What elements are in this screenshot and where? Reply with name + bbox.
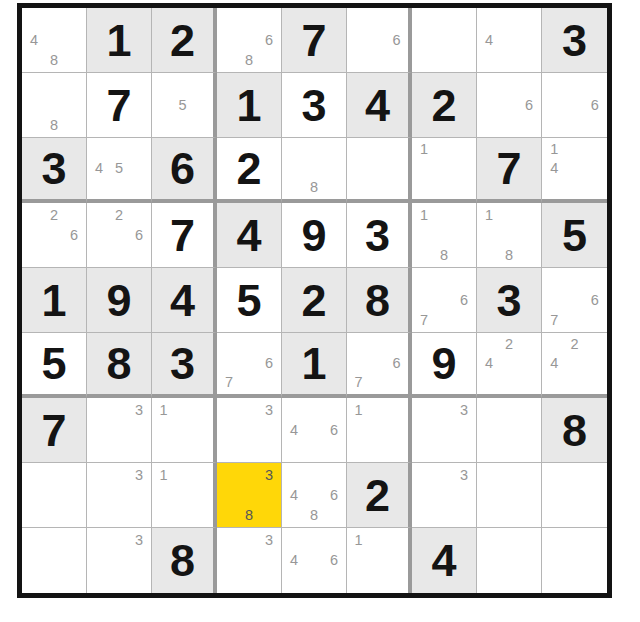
- cell-r3c6[interactable]: [347, 138, 412, 203]
- sudoku-grid: 4812687643875134266345628171426267493181…: [22, 8, 607, 593]
- candidate-grid: 18: [479, 205, 539, 265]
- candidate-digit: 3: [129, 530, 149, 550]
- candidate-grid: 67: [349, 335, 406, 392]
- candidate-digit: 6: [64, 225, 84, 245]
- cell-r7c4[interactable]: 3: [217, 398, 282, 463]
- candidate-grid: 67: [219, 335, 279, 392]
- candidate-digit: 7: [414, 310, 434, 330]
- solved-digit: 3: [365, 213, 390, 258]
- candidate-grid: 3: [219, 530, 279, 591]
- cell-r4c4[interactable]: 4: [217, 203, 282, 268]
- cell-r1c7[interactable]: [412, 8, 477, 73]
- candidate-digit: 6: [259, 30, 279, 50]
- candidate-digit: 1: [479, 205, 499, 225]
- candidate-grid: 26: [24, 205, 84, 265]
- cell-r1c6[interactable]: 6: [347, 8, 412, 73]
- candidate-digit: 6: [387, 30, 406, 50]
- given-digit: 7: [301, 18, 326, 63]
- cell-r8c3[interactable]: 1: [152, 463, 217, 528]
- candidate-digit: 2: [44, 205, 64, 225]
- candidate-digit: 8: [239, 505, 259, 525]
- candidate-grid: 6: [479, 75, 539, 135]
- cell-r4c9[interactable]: 5: [542, 203, 607, 268]
- given-digit: 1: [301, 341, 326, 386]
- cell-r6c1[interactable]: 5: [22, 333, 87, 398]
- candidate-grid: 8: [284, 140, 344, 197]
- candidate-digit: 2: [499, 335, 519, 354]
- cell-r2c3[interactable]: 5: [152, 73, 217, 138]
- given-digit: 2: [431, 83, 456, 128]
- cell-r3c8[interactable]: 7: [477, 138, 542, 203]
- candidate-grid: 68: [219, 10, 279, 70]
- given-digit: 7: [41, 408, 66, 453]
- candidate-digit: 4: [479, 354, 499, 373]
- given-digit: 8: [106, 341, 131, 386]
- candidate-grid: 38: [219, 465, 279, 525]
- candidate-grid: 1: [154, 465, 211, 525]
- candidate-grid: 3: [89, 530, 149, 591]
- cell-r7c1[interactable]: 7: [22, 398, 87, 463]
- candidate-digit: 2: [109, 205, 129, 225]
- candidate-digit: 8: [304, 505, 324, 525]
- cell-r4c6[interactable]: 3: [347, 203, 412, 268]
- given-digit: 9: [106, 278, 131, 323]
- candidate-grid: 4: [479, 10, 539, 70]
- candidate-digit: 4: [284, 420, 304, 440]
- candidate-grid: 468: [284, 465, 344, 525]
- cell-r2c8[interactable]: 6: [477, 73, 542, 138]
- candidate-grid: 6: [544, 75, 605, 135]
- solved-digit: 7: [170, 213, 195, 258]
- candidate-digit: 6: [324, 420, 344, 440]
- candidate-digit: 1: [544, 140, 564, 159]
- cell-r1c4[interactable]: 68: [217, 8, 282, 73]
- candidate-digit: 3: [454, 400, 474, 420]
- cell-r2c2[interactable]: 7: [87, 73, 152, 138]
- candidate-grid: 46: [284, 530, 344, 591]
- given-digit: 4: [236, 213, 261, 258]
- cell-r9c1[interactable]: [22, 528, 87, 593]
- cell-r7c8[interactable]: [477, 398, 542, 463]
- cell-r3c9[interactable]: 14: [542, 138, 607, 203]
- cell-r3c3[interactable]: 6: [152, 138, 217, 203]
- candidate-digit: 6: [519, 95, 539, 115]
- candidate-digit: 6: [454, 290, 474, 310]
- candidate-digit: 5: [109, 159, 129, 178]
- candidate-grid: 48: [24, 10, 84, 70]
- candidate-digit: 6: [387, 354, 406, 373]
- candidate-digit: 6: [129, 225, 149, 245]
- cell-r7c2[interactable]: 3: [87, 398, 152, 463]
- cell-r9c4[interactable]: 3: [217, 528, 282, 593]
- cell-r7c5[interactable]: 46: [282, 398, 347, 463]
- candidate-digit: 6: [585, 95, 605, 115]
- cell-r9c2[interactable]: 3: [87, 528, 152, 593]
- candidate-digit: 4: [479, 30, 499, 50]
- candidate-grid: 3: [414, 465, 474, 525]
- candidate-digit: 8: [499, 245, 519, 265]
- cell-r2c5[interactable]: 3: [282, 73, 347, 138]
- given-digit: 6: [170, 146, 195, 191]
- cell-r4c7[interactable]: 18: [412, 203, 477, 268]
- cell-r5c1[interactable]: 1: [22, 268, 87, 333]
- cell-r8c2[interactable]: 3: [87, 463, 152, 528]
- given-digit: 1: [41, 278, 66, 323]
- candidate-grid: 26: [89, 205, 149, 265]
- candidate-grid: 14: [544, 140, 605, 197]
- candidate-digit: 4: [24, 30, 44, 50]
- given-digit: 1: [106, 18, 131, 63]
- cell-r4c2[interactable]: 26: [87, 203, 152, 268]
- cell-r5c8[interactable]: 3: [477, 268, 542, 333]
- candidate-digit: 1: [414, 140, 434, 159]
- candidate-grid: 1: [154, 400, 211, 460]
- given-digit: 8: [170, 538, 195, 583]
- cell-r1c1[interactable]: 48: [22, 8, 87, 73]
- cell-r5c4[interactable]: 5: [217, 268, 282, 333]
- given-digit: 2: [170, 18, 195, 63]
- cell-r9c7[interactable]: 4: [412, 528, 477, 593]
- cell-r9c5[interactable]: 46: [282, 528, 347, 593]
- candidate-digit: 8: [44, 115, 64, 135]
- cell-r3c5[interactable]: 8: [282, 138, 347, 203]
- given-digit: 4: [365, 83, 390, 128]
- solved-digit: 7: [106, 83, 131, 128]
- cell-r4c8[interactable]: 18: [477, 203, 542, 268]
- candidate-grid: 3: [89, 400, 149, 460]
- candidate-digit: 7: [544, 310, 564, 330]
- candidate-digit: 4: [284, 485, 304, 505]
- cell-r6c8[interactable]: 24: [477, 333, 542, 398]
- cell-r1c3[interactable]: 2: [152, 8, 217, 73]
- given-digit: 2: [301, 278, 326, 323]
- cell-r6c7[interactable]: 9: [412, 333, 477, 398]
- candidate-grid: 24: [544, 335, 605, 392]
- solved-digit: 5: [236, 278, 261, 323]
- given-digit: 3: [41, 146, 66, 191]
- candidate-grid: 1: [349, 400, 406, 460]
- candidate-grid: 46: [284, 400, 344, 460]
- candidate-digit: 4: [544, 159, 564, 178]
- cell-r7c9[interactable]: 8: [542, 398, 607, 463]
- candidate-digit: 3: [259, 400, 279, 420]
- candidate-digit: 1: [154, 400, 173, 420]
- cell-r4c1[interactable]: 26: [22, 203, 87, 268]
- cell-r5c5[interactable]: 2: [282, 268, 347, 333]
- given-digit: 4: [170, 278, 195, 323]
- cell-r5c6[interactable]: 8: [347, 268, 412, 333]
- cell-r3c1[interactable]: 3: [22, 138, 87, 203]
- candidate-digit: 6: [259, 354, 279, 373]
- cell-r7c6[interactable]: 1: [347, 398, 412, 463]
- given-digit: 1: [236, 83, 261, 128]
- candidate-digit: 6: [585, 290, 605, 310]
- given-digit: 8: [365, 278, 390, 323]
- candidate-grid: 3: [414, 400, 474, 460]
- cell-r6c2[interactable]: 8: [87, 333, 152, 398]
- candidate-digit: 2: [564, 335, 584, 354]
- given-digit: 3: [496, 278, 521, 323]
- cell-r3c7[interactable]: 1: [412, 138, 477, 203]
- solved-digit: 5: [41, 341, 66, 386]
- given-digit: 3: [562, 18, 587, 63]
- candidate-grid: 1: [349, 530, 406, 591]
- given-digit: 5: [562, 213, 587, 258]
- given-digit: 3: [170, 341, 195, 386]
- solved-digit: 3: [301, 83, 326, 128]
- candidate-digit: 4: [284, 550, 304, 570]
- cell-r7c7[interactable]: 3: [412, 398, 477, 463]
- cell-r1c2[interactable]: 1: [87, 8, 152, 73]
- candidate-grid: 18: [414, 205, 474, 265]
- candidate-grid: 1: [414, 140, 474, 197]
- cell-r2c7[interactable]: 2: [412, 73, 477, 138]
- candidate-grid: 67: [414, 270, 474, 330]
- cell-r5c9[interactable]: 67: [542, 268, 607, 333]
- candidate-digit: 1: [349, 400, 368, 420]
- candidate-grid: 8: [24, 75, 84, 135]
- cell-r1c5[interactable]: 7: [282, 8, 347, 73]
- candidate-grid: 24: [479, 335, 539, 392]
- cell-r8c6[interactable]: 2: [347, 463, 412, 528]
- cell-r8c4[interactable]: 38: [217, 463, 282, 528]
- given-digit: 2: [365, 473, 390, 518]
- candidate-digit: 3: [129, 400, 149, 420]
- candidate-grid: 3: [219, 400, 279, 460]
- candidate-digit: 5: [173, 95, 192, 115]
- cell-r9c3[interactable]: 8: [152, 528, 217, 593]
- candidate-grid: 5: [154, 75, 211, 135]
- cell-r6c5[interactable]: 1: [282, 333, 347, 398]
- candidate-digit: 1: [154, 465, 173, 485]
- cell-r3c2[interactable]: 45: [87, 138, 152, 203]
- candidate-digit: 3: [454, 465, 474, 485]
- cell-r6c3[interactable]: 3: [152, 333, 217, 398]
- candidate-digit: 8: [434, 245, 454, 265]
- cell-r8c5[interactable]: 468: [282, 463, 347, 528]
- cell-r6c4[interactable]: 67: [217, 333, 282, 398]
- cell-r2c9[interactable]: 6: [542, 73, 607, 138]
- cell-r6c6[interactable]: 67: [347, 333, 412, 398]
- solved-digit: 9: [301, 213, 326, 258]
- candidate-digit: 6: [324, 485, 344, 505]
- cell-r4c3[interactable]: 7: [152, 203, 217, 268]
- cell-r5c2[interactable]: 9: [87, 268, 152, 333]
- cell-r1c8[interactable]: 4: [477, 8, 542, 73]
- cell-r2c1[interactable]: 8: [22, 73, 87, 138]
- cell-r9c8[interactable]: [477, 528, 542, 593]
- cell-r9c9[interactable]: [542, 528, 607, 593]
- candidate-digit: 3: [129, 465, 149, 485]
- cell-r5c3[interactable]: 4: [152, 268, 217, 333]
- cell-r8c7[interactable]: 3: [412, 463, 477, 528]
- cell-r7c3[interactable]: 1: [152, 398, 217, 463]
- cell-r8c9[interactable]: [542, 463, 607, 528]
- candidate-digit: 6: [324, 550, 344, 570]
- candidate-digit: 4: [89, 159, 109, 178]
- solved-digit: 9: [431, 341, 456, 386]
- sudoku-board: 4812687643875134266345628171426267493181…: [17, 3, 612, 598]
- candidate-grid: 45: [89, 140, 149, 197]
- candidate-digit: 8: [44, 50, 64, 70]
- solved-digit: 2: [236, 146, 261, 191]
- cell-r5c7[interactable]: 67: [412, 268, 477, 333]
- candidate-grid: 67: [544, 270, 605, 330]
- candidate-digit: 8: [239, 50, 259, 70]
- cell-r9c6[interactable]: 1: [347, 528, 412, 593]
- candidate-digit: 3: [259, 465, 279, 485]
- candidate-grid: 6: [349, 10, 406, 70]
- cell-r4c5[interactable]: 9: [282, 203, 347, 268]
- candidate-digit: 7: [349, 373, 368, 392]
- cell-r6c9[interactable]: 24: [542, 333, 607, 398]
- given-digit: 7: [496, 146, 521, 191]
- candidate-grid: 3: [89, 465, 149, 525]
- candidate-digit: 1: [414, 205, 434, 225]
- candidate-digit: 3: [259, 530, 279, 550]
- cell-r8c8[interactable]: [477, 463, 542, 528]
- candidate-digit: 1: [349, 530, 368, 550]
- candidate-digit: 4: [544, 354, 564, 373]
- candidate-digit: 7: [219, 373, 239, 392]
- candidate-digit: 8: [304, 178, 324, 197]
- cell-r1c9[interactable]: 3: [542, 8, 607, 73]
- cell-r2c4[interactable]: 1: [217, 73, 282, 138]
- given-digit: 8: [562, 408, 587, 453]
- given-digit: 4: [431, 538, 456, 583]
- cell-r2c6[interactable]: 4: [347, 73, 412, 138]
- cell-r8c1[interactable]: [22, 463, 87, 528]
- cell-r3c4[interactable]: 2: [217, 138, 282, 203]
